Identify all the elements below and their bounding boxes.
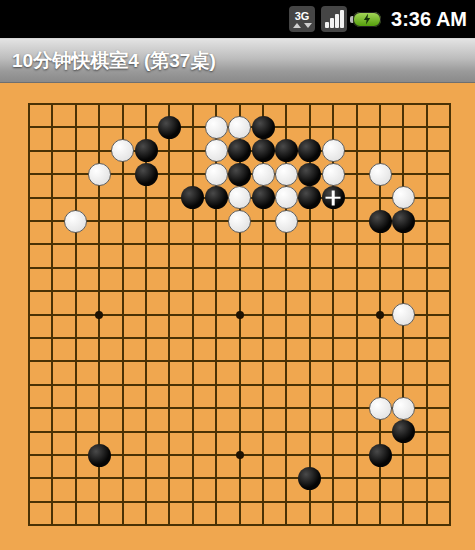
clock-text: 3:36 AM bbox=[391, 8, 467, 31]
stone-white bbox=[228, 210, 251, 233]
stone-white bbox=[275, 210, 298, 233]
last-move-marker-icon bbox=[322, 186, 345, 209]
stone-black bbox=[392, 210, 415, 233]
stone-black bbox=[135, 139, 158, 162]
upload-arrow-icon bbox=[293, 23, 301, 28]
stone-white bbox=[275, 186, 298, 209]
battery-charging-icon bbox=[353, 12, 381, 27]
stone-white bbox=[322, 139, 345, 162]
stone-black bbox=[88, 444, 111, 467]
stone-white bbox=[392, 303, 415, 326]
stone-white bbox=[64, 210, 87, 233]
stone-white bbox=[369, 163, 392, 186]
screen: 3G 3:36 AM 10分钟快棋室4 (第37桌) bbox=[0, 0, 475, 550]
signal-strength-icon bbox=[321, 6, 347, 32]
star-point bbox=[376, 311, 384, 319]
star-point bbox=[236, 451, 244, 459]
stone-white bbox=[252, 163, 275, 186]
stone-white bbox=[205, 139, 228, 162]
3g-data-icon: 3G bbox=[289, 6, 315, 32]
stone-black bbox=[369, 210, 392, 233]
stone-black bbox=[252, 116, 275, 139]
star-point bbox=[95, 311, 103, 319]
stone-black bbox=[158, 116, 181, 139]
stone-white bbox=[322, 163, 345, 186]
stone-black bbox=[392, 420, 415, 443]
stone-white bbox=[369, 397, 392, 420]
stone-black bbox=[228, 163, 251, 186]
stone-black bbox=[369, 444, 392, 467]
stone-white bbox=[88, 163, 111, 186]
stone-white bbox=[392, 186, 415, 209]
stone-black bbox=[252, 139, 275, 162]
page-title: 10分钟快棋室4 (第37桌) bbox=[12, 48, 216, 74]
3g-label: 3G bbox=[295, 10, 310, 22]
stone-white bbox=[205, 116, 228, 139]
stone-white bbox=[275, 163, 298, 186]
stone-white bbox=[228, 116, 251, 139]
stone-white bbox=[205, 163, 228, 186]
stone-white bbox=[392, 397, 415, 420]
stone-black bbox=[298, 163, 321, 186]
download-arrow-icon bbox=[304, 23, 312, 28]
status-bar: 3G 3:36 AM bbox=[0, 0, 475, 38]
star-point bbox=[236, 311, 244, 319]
title-bar: 10分钟快棋室4 (第37桌) bbox=[0, 38, 475, 83]
stone-black bbox=[252, 186, 275, 209]
lightning-bolt-icon bbox=[363, 14, 372, 25]
go-board[interactable] bbox=[0, 83, 475, 550]
stone-black bbox=[135, 163, 158, 186]
stone-black bbox=[205, 186, 228, 209]
stone-black bbox=[322, 186, 345, 209]
